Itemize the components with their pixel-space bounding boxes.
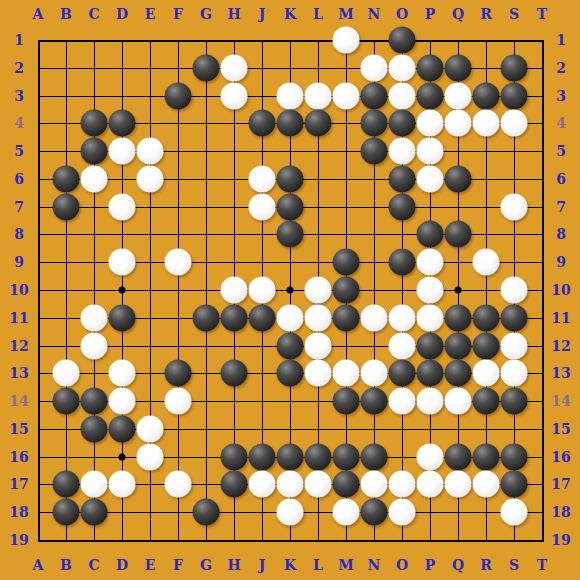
- stone-black-M14[interactable]: [333, 388, 360, 415]
- point-E7[interactable]: [137, 193, 164, 220]
- stone-white-P16[interactable]: [417, 443, 444, 470]
- point-A6[interactable]: [25, 165, 52, 192]
- stone-black-R12[interactable]: [473, 332, 500, 359]
- point-C2[interactable]: [81, 54, 108, 81]
- point-E9[interactable]: [137, 249, 164, 276]
- point-G14[interactable]: [193, 388, 220, 415]
- point-M4[interactable]: [333, 110, 360, 137]
- point-A13[interactable]: [25, 360, 52, 387]
- point-E14[interactable]: [137, 388, 164, 415]
- point-G1[interactable]: [193, 27, 220, 54]
- stone-white-C12[interactable]: [81, 332, 108, 359]
- stone-black-N5[interactable]: [361, 138, 388, 165]
- stone-black-S17[interactable]: [501, 471, 528, 498]
- point-N7[interactable]: [361, 193, 388, 220]
- point-B11[interactable]: [53, 304, 80, 331]
- point-G12[interactable]: [193, 332, 220, 359]
- point-G13[interactable]: [193, 360, 220, 387]
- stone-black-K16[interactable]: [277, 443, 304, 470]
- point-J18[interactable]: [249, 499, 276, 526]
- stone-white-L12[interactable]: [305, 332, 332, 359]
- point-F1[interactable]: [165, 27, 192, 54]
- point-H8[interactable]: [221, 221, 248, 248]
- point-Q10[interactable]: [445, 277, 472, 304]
- point-S9[interactable]: [501, 249, 528, 276]
- stone-black-B17[interactable]: [53, 471, 80, 498]
- point-Q18[interactable]: [445, 499, 472, 526]
- point-C13[interactable]: [81, 360, 108, 387]
- stone-white-P17[interactable]: [417, 471, 444, 498]
- point-C10[interactable]: [81, 277, 108, 304]
- point-J3[interactable]: [249, 82, 276, 109]
- stone-white-R13[interactable]: [473, 360, 500, 387]
- point-C7[interactable]: [81, 193, 108, 220]
- point-A11[interactable]: [25, 304, 52, 331]
- stone-white-D5[interactable]: [109, 138, 136, 165]
- point-A3[interactable]: [25, 82, 52, 109]
- point-O16[interactable]: [389, 443, 416, 470]
- point-L18[interactable]: [305, 499, 332, 526]
- point-T12[interactable]: [529, 332, 556, 359]
- stone-white-N17[interactable]: [361, 471, 388, 498]
- point-G7[interactable]: [193, 193, 220, 220]
- point-E3[interactable]: [137, 82, 164, 109]
- stone-black-Q6[interactable]: [445, 165, 472, 192]
- point-C1[interactable]: [81, 27, 108, 54]
- stone-black-S3[interactable]: [501, 82, 528, 109]
- point-O15[interactable]: [389, 415, 416, 442]
- point-E4[interactable]: [137, 110, 164, 137]
- stone-black-P3[interactable]: [417, 82, 444, 109]
- point-R5[interactable]: [473, 138, 500, 165]
- stone-white-M13[interactable]: [333, 360, 360, 387]
- point-T19[interactable]: [529, 527, 556, 554]
- stone-black-K13[interactable]: [277, 360, 304, 387]
- point-T7[interactable]: [529, 193, 556, 220]
- stone-white-J6[interactable]: [249, 165, 276, 192]
- stone-black-C14[interactable]: [81, 388, 108, 415]
- point-K14[interactable]: [277, 388, 304, 415]
- stone-black-O9[interactable]: [389, 249, 416, 276]
- stone-white-F14[interactable]: [165, 388, 192, 415]
- point-A1[interactable]: [25, 27, 52, 54]
- stone-black-F13[interactable]: [165, 360, 192, 387]
- stone-black-N18[interactable]: [361, 499, 388, 526]
- point-A2[interactable]: [25, 54, 52, 81]
- stone-white-L10[interactable]: [305, 277, 332, 304]
- point-E13[interactable]: [137, 360, 164, 387]
- point-M5[interactable]: [333, 138, 360, 165]
- stone-black-J4[interactable]: [249, 110, 276, 137]
- stone-white-O14[interactable]: [389, 388, 416, 415]
- stone-white-L17[interactable]: [305, 471, 332, 498]
- point-B3[interactable]: [53, 82, 80, 109]
- point-D10[interactable]: [109, 277, 136, 304]
- point-N9[interactable]: [361, 249, 388, 276]
- stone-white-E16[interactable]: [137, 443, 164, 470]
- point-G10[interactable]: [193, 277, 220, 304]
- point-C8[interactable]: [81, 221, 108, 248]
- point-K19[interactable]: [277, 527, 304, 554]
- point-P19[interactable]: [417, 527, 444, 554]
- point-E17[interactable]: [137, 471, 164, 498]
- point-T16[interactable]: [529, 443, 556, 470]
- point-H19[interactable]: [221, 527, 248, 554]
- stone-white-Q17[interactable]: [445, 471, 472, 498]
- point-Q1[interactable]: [445, 27, 472, 54]
- point-C16[interactable]: [81, 443, 108, 470]
- point-B5[interactable]: [53, 138, 80, 165]
- point-L8[interactable]: [305, 221, 332, 248]
- point-A17[interactable]: [25, 471, 52, 498]
- stone-black-P2[interactable]: [417, 54, 444, 81]
- point-C9[interactable]: [81, 249, 108, 276]
- point-A16[interactable]: [25, 443, 52, 470]
- point-G8[interactable]: [193, 221, 220, 248]
- stone-white-D13[interactable]: [109, 360, 136, 387]
- stone-black-H13[interactable]: [221, 360, 248, 387]
- point-M12[interactable]: [333, 332, 360, 359]
- point-N19[interactable]: [361, 527, 388, 554]
- stone-white-S13[interactable]: [501, 360, 528, 387]
- stone-black-O6[interactable]: [389, 165, 416, 192]
- stone-white-L13[interactable]: [305, 360, 332, 387]
- point-F5[interactable]: [165, 138, 192, 165]
- stone-black-K4[interactable]: [277, 110, 304, 137]
- stone-white-E5[interactable]: [137, 138, 164, 165]
- stone-black-D11[interactable]: [109, 304, 136, 331]
- stone-white-Q4[interactable]: [445, 110, 472, 137]
- point-G4[interactable]: [193, 110, 220, 137]
- stone-white-M18[interactable]: [333, 499, 360, 526]
- point-P15[interactable]: [417, 415, 444, 442]
- point-M2[interactable]: [333, 54, 360, 81]
- stone-white-S10[interactable]: [501, 277, 528, 304]
- stone-black-S16[interactable]: [501, 443, 528, 470]
- stone-black-M11[interactable]: [333, 304, 360, 331]
- point-F12[interactable]: [165, 332, 192, 359]
- point-T13[interactable]: [529, 360, 556, 387]
- stone-white-J10[interactable]: [249, 277, 276, 304]
- point-B15[interactable]: [53, 415, 80, 442]
- point-K5[interactable]: [277, 138, 304, 165]
- stone-white-F17[interactable]: [165, 471, 192, 498]
- point-H18[interactable]: [221, 499, 248, 526]
- point-A7[interactable]: [25, 193, 52, 220]
- stone-black-R14[interactable]: [473, 388, 500, 415]
- point-B12[interactable]: [53, 332, 80, 359]
- point-T10[interactable]: [529, 277, 556, 304]
- point-H14[interactable]: [221, 388, 248, 415]
- stone-white-O11[interactable]: [389, 304, 416, 331]
- stone-white-O17[interactable]: [389, 471, 416, 498]
- stone-black-B14[interactable]: [53, 388, 80, 415]
- stone-black-H11[interactable]: [221, 304, 248, 331]
- stone-white-P10[interactable]: [417, 277, 444, 304]
- stone-white-O2[interactable]: [389, 54, 416, 81]
- point-A18[interactable]: [25, 499, 52, 526]
- point-R1[interactable]: [473, 27, 500, 54]
- point-E18[interactable]: [137, 499, 164, 526]
- point-J19[interactable]: [249, 527, 276, 554]
- stone-white-P11[interactable]: [417, 304, 444, 331]
- stone-black-O13[interactable]: [389, 360, 416, 387]
- point-Q7[interactable]: [445, 193, 472, 220]
- stone-black-S2[interactable]: [501, 54, 528, 81]
- point-E1[interactable]: [137, 27, 164, 54]
- stone-white-C17[interactable]: [81, 471, 108, 498]
- point-M19[interactable]: [333, 527, 360, 554]
- point-E11[interactable]: [137, 304, 164, 331]
- point-P7[interactable]: [417, 193, 444, 220]
- point-D19[interactable]: [109, 527, 136, 554]
- point-J8[interactable]: [249, 221, 276, 248]
- stone-black-K6[interactable]: [277, 165, 304, 192]
- point-G19[interactable]: [193, 527, 220, 554]
- stone-white-O5[interactable]: [389, 138, 416, 165]
- point-F15[interactable]: [165, 415, 192, 442]
- point-H4[interactable]: [221, 110, 248, 137]
- point-A9[interactable]: [25, 249, 52, 276]
- stone-black-C18[interactable]: [81, 499, 108, 526]
- stone-white-E15[interactable]: [137, 415, 164, 442]
- stone-white-F9[interactable]: [165, 249, 192, 276]
- go-board[interactable]: AABBCCDDEEFFGGHHJJKKLLMMNNOOPPQQRRSSTT11…: [0, 0, 580, 580]
- point-A14[interactable]: [25, 388, 52, 415]
- point-E8[interactable]: [137, 221, 164, 248]
- point-H7[interactable]: [221, 193, 248, 220]
- point-N15[interactable]: [361, 415, 388, 442]
- point-N12[interactable]: [361, 332, 388, 359]
- stone-white-H3[interactable]: [221, 82, 248, 109]
- point-J2[interactable]: [249, 54, 276, 81]
- stone-black-Q2[interactable]: [445, 54, 472, 81]
- stone-white-K11[interactable]: [277, 304, 304, 331]
- point-F2[interactable]: [165, 54, 192, 81]
- stone-black-Q8[interactable]: [445, 221, 472, 248]
- point-G3[interactable]: [193, 82, 220, 109]
- point-L7[interactable]: [305, 193, 332, 220]
- point-A10[interactable]: [25, 277, 52, 304]
- point-H5[interactable]: [221, 138, 248, 165]
- stone-black-R11[interactable]: [473, 304, 500, 331]
- stone-black-D4[interactable]: [109, 110, 136, 137]
- stone-white-P6[interactable]: [417, 165, 444, 192]
- point-A4[interactable]: [25, 110, 52, 137]
- point-T17[interactable]: [529, 471, 556, 498]
- point-D2[interactable]: [109, 54, 136, 81]
- stone-white-Q3[interactable]: [445, 82, 472, 109]
- stone-black-R16[interactable]: [473, 443, 500, 470]
- stone-black-K12[interactable]: [277, 332, 304, 359]
- point-O10[interactable]: [389, 277, 416, 304]
- point-G15[interactable]: [193, 415, 220, 442]
- point-B19[interactable]: [53, 527, 80, 554]
- point-C3[interactable]: [81, 82, 108, 109]
- point-L1[interactable]: [305, 27, 332, 54]
- point-E19[interactable]: [137, 527, 164, 554]
- stone-black-L4[interactable]: [305, 110, 332, 137]
- stone-white-H2[interactable]: [221, 54, 248, 81]
- stone-white-J17[interactable]: [249, 471, 276, 498]
- point-F4[interactable]: [165, 110, 192, 137]
- point-L14[interactable]: [305, 388, 332, 415]
- point-E10[interactable]: [137, 277, 164, 304]
- point-N1[interactable]: [361, 27, 388, 54]
- point-T5[interactable]: [529, 138, 556, 165]
- point-R2[interactable]: [473, 54, 500, 81]
- point-B8[interactable]: [53, 221, 80, 248]
- point-F8[interactable]: [165, 221, 192, 248]
- stone-black-F3[interactable]: [165, 82, 192, 109]
- point-G17[interactable]: [193, 471, 220, 498]
- point-F19[interactable]: [165, 527, 192, 554]
- stone-black-G2[interactable]: [193, 54, 220, 81]
- stone-black-B18[interactable]: [53, 499, 80, 526]
- stone-white-P4[interactable]: [417, 110, 444, 137]
- stone-white-M1[interactable]: [333, 27, 360, 54]
- point-J13[interactable]: [249, 360, 276, 387]
- stone-black-N3[interactable]: [361, 82, 388, 109]
- point-M8[interactable]: [333, 221, 360, 248]
- stone-black-P8[interactable]: [417, 221, 444, 248]
- point-R10[interactable]: [473, 277, 500, 304]
- point-R6[interactable]: [473, 165, 500, 192]
- point-T1[interactable]: [529, 27, 556, 54]
- point-G6[interactable]: [193, 165, 220, 192]
- stone-black-K7[interactable]: [277, 193, 304, 220]
- stone-black-H16[interactable]: [221, 443, 248, 470]
- point-F7[interactable]: [165, 193, 192, 220]
- stone-black-P12[interactable]: [417, 332, 444, 359]
- point-L5[interactable]: [305, 138, 332, 165]
- point-E2[interactable]: [137, 54, 164, 81]
- point-H12[interactable]: [221, 332, 248, 359]
- point-B10[interactable]: [53, 277, 80, 304]
- point-O19[interactable]: [389, 527, 416, 554]
- point-J14[interactable]: [249, 388, 276, 415]
- stone-black-O1[interactable]: [389, 27, 416, 54]
- stone-white-B13[interactable]: [53, 360, 80, 387]
- stone-white-J7[interactable]: [249, 193, 276, 220]
- stone-white-K17[interactable]: [277, 471, 304, 498]
- point-B9[interactable]: [53, 249, 80, 276]
- point-T15[interactable]: [529, 415, 556, 442]
- stone-white-Q14[interactable]: [445, 388, 472, 415]
- stone-black-N4[interactable]: [361, 110, 388, 137]
- point-A15[interactable]: [25, 415, 52, 442]
- point-Q5[interactable]: [445, 138, 472, 165]
- stone-black-C5[interactable]: [81, 138, 108, 165]
- stone-black-C4[interactable]: [81, 110, 108, 137]
- stone-black-G18[interactable]: [193, 499, 220, 526]
- stone-white-C11[interactable]: [81, 304, 108, 331]
- point-T4[interactable]: [529, 110, 556, 137]
- point-T18[interactable]: [529, 499, 556, 526]
- point-G5[interactable]: [193, 138, 220, 165]
- point-A19[interactable]: [25, 527, 52, 554]
- stone-black-L16[interactable]: [305, 443, 332, 470]
- stone-black-N14[interactable]: [361, 388, 388, 415]
- point-D18[interactable]: [109, 499, 136, 526]
- point-B2[interactable]: [53, 54, 80, 81]
- point-S5[interactable]: [501, 138, 528, 165]
- stone-black-H17[interactable]: [221, 471, 248, 498]
- stone-white-L11[interactable]: [305, 304, 332, 331]
- stone-white-O12[interactable]: [389, 332, 416, 359]
- stone-black-Q12[interactable]: [445, 332, 472, 359]
- stone-white-K3[interactable]: [277, 82, 304, 109]
- point-T3[interactable]: [529, 82, 556, 109]
- point-S1[interactable]: [501, 27, 528, 54]
- point-G16[interactable]: [193, 443, 220, 470]
- point-M6[interactable]: [333, 165, 360, 192]
- point-B16[interactable]: [53, 443, 80, 470]
- stone-black-M10[interactable]: [333, 277, 360, 304]
- point-K1[interactable]: [277, 27, 304, 54]
- point-B4[interactable]: [53, 110, 80, 137]
- stone-black-Q16[interactable]: [445, 443, 472, 470]
- point-K15[interactable]: [277, 415, 304, 442]
- stone-black-K8[interactable]: [277, 221, 304, 248]
- point-E12[interactable]: [137, 332, 164, 359]
- point-J9[interactable]: [249, 249, 276, 276]
- point-A12[interactable]: [25, 332, 52, 359]
- point-M15[interactable]: [333, 415, 360, 442]
- point-J1[interactable]: [249, 27, 276, 54]
- point-F18[interactable]: [165, 499, 192, 526]
- point-D12[interactable]: [109, 332, 136, 359]
- stone-white-R17[interactable]: [473, 471, 500, 498]
- stone-white-K18[interactable]: [277, 499, 304, 526]
- stone-black-O4[interactable]: [389, 110, 416, 137]
- point-A8[interactable]: [25, 221, 52, 248]
- point-H15[interactable]: [221, 415, 248, 442]
- point-D3[interactable]: [109, 82, 136, 109]
- stone-white-N13[interactable]: [361, 360, 388, 387]
- point-K9[interactable]: [277, 249, 304, 276]
- point-T9[interactable]: [529, 249, 556, 276]
- point-N8[interactable]: [361, 221, 388, 248]
- stone-white-M3[interactable]: [333, 82, 360, 109]
- point-N6[interactable]: [361, 165, 388, 192]
- point-O8[interactable]: [389, 221, 416, 248]
- point-S15[interactable]: [501, 415, 528, 442]
- point-D8[interactable]: [109, 221, 136, 248]
- stone-black-J16[interactable]: [249, 443, 276, 470]
- stone-white-N2[interactable]: [361, 54, 388, 81]
- point-F6[interactable]: [165, 165, 192, 192]
- stone-black-B7[interactable]: [53, 193, 80, 220]
- stone-black-J11[interactable]: [249, 304, 276, 331]
- point-L15[interactable]: [305, 415, 332, 442]
- stone-black-D15[interactable]: [109, 415, 136, 442]
- stone-black-N16[interactable]: [361, 443, 388, 470]
- stone-black-Q13[interactable]: [445, 360, 472, 387]
- point-N10[interactable]: [361, 277, 388, 304]
- point-S8[interactable]: [501, 221, 528, 248]
- point-R18[interactable]: [473, 499, 500, 526]
- point-J5[interactable]: [249, 138, 276, 165]
- stone-black-S11[interactable]: [501, 304, 528, 331]
- stone-black-M16[interactable]: [333, 443, 360, 470]
- point-F16[interactable]: [165, 443, 192, 470]
- point-H1[interactable]: [221, 27, 248, 54]
- stone-white-S18[interactable]: [501, 499, 528, 526]
- point-A5[interactable]: [25, 138, 52, 165]
- point-T11[interactable]: [529, 304, 556, 331]
- point-T8[interactable]: [529, 221, 556, 248]
